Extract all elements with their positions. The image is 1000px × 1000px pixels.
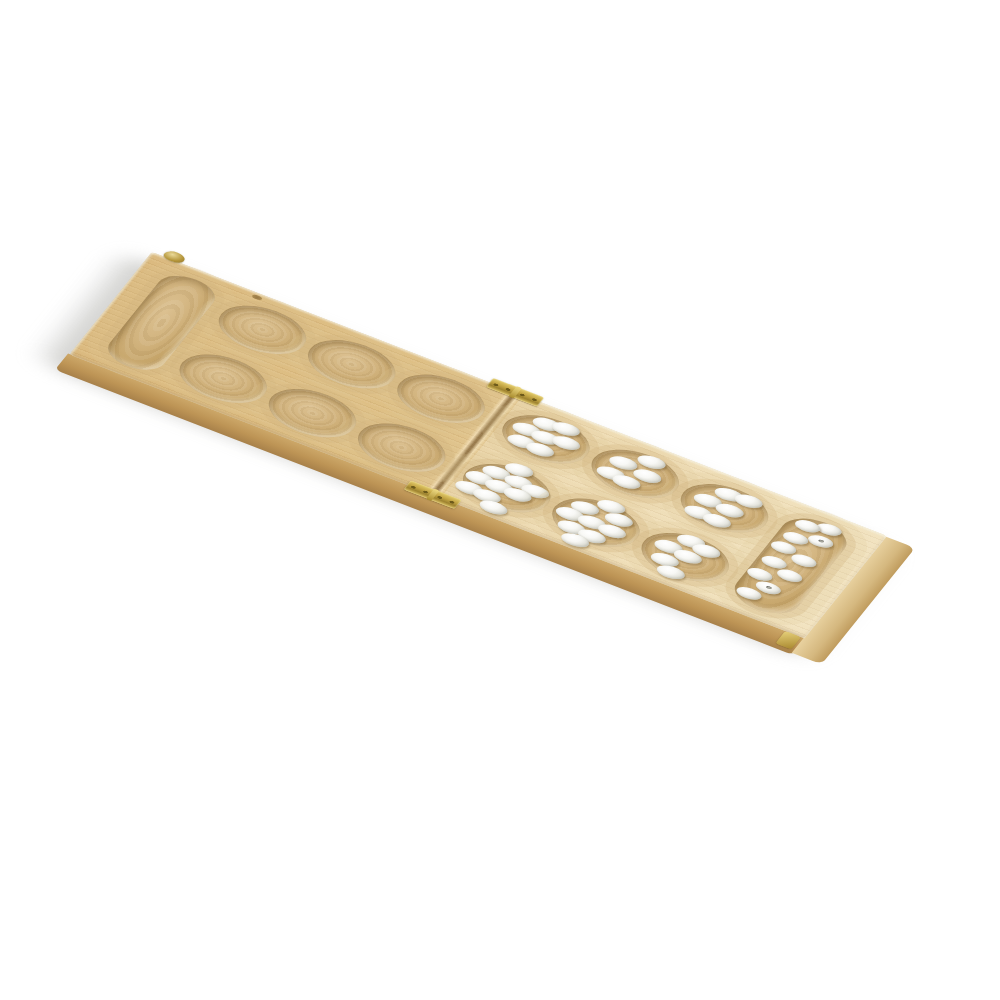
bead-hole xyxy=(818,539,824,543)
bead-hole xyxy=(765,586,772,590)
product-photo xyxy=(0,0,1000,1000)
board-perspective-wrapper xyxy=(70,252,888,638)
mancala-board xyxy=(70,252,888,638)
